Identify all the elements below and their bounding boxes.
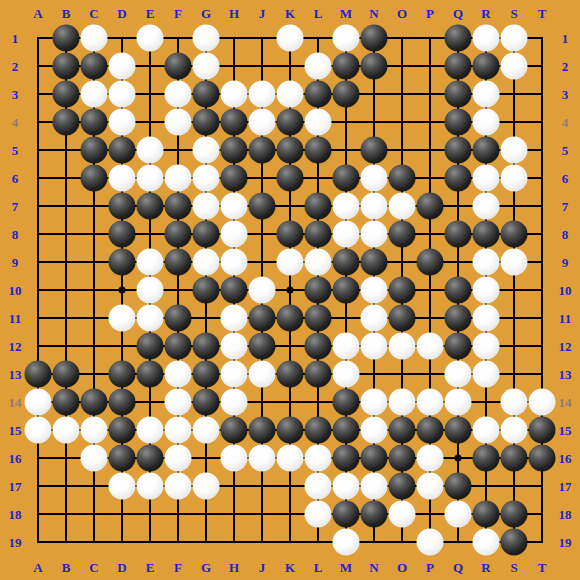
intersection-N17[interactable]: [360, 472, 388, 500]
intersection-N14[interactable]: [360, 388, 388, 416]
stone-black-M14[interactable]: [333, 389, 360, 416]
intersection-L13[interactable]: [304, 360, 332, 388]
intersection-G18[interactable]: [192, 500, 220, 528]
stone-black-P15[interactable]: [417, 417, 444, 444]
intersection-L10[interactable]: [304, 276, 332, 304]
intersection-J5[interactable]: [248, 136, 276, 164]
stone-white-R3[interactable]: [473, 81, 500, 108]
stone-black-G10[interactable]: [193, 277, 220, 304]
stone-black-B13[interactable]: [53, 361, 80, 388]
intersection-F9[interactable]: [164, 248, 192, 276]
stone-white-S1[interactable]: [501, 25, 528, 52]
intersection-G10[interactable]: [192, 276, 220, 304]
intersection-H11[interactable]: [220, 304, 248, 332]
intersection-A13[interactable]: [24, 360, 52, 388]
intersection-T4[interactable]: [528, 108, 556, 136]
intersection-E13[interactable]: [136, 360, 164, 388]
intersection-R5[interactable]: [472, 136, 500, 164]
intersection-J19[interactable]: [248, 528, 276, 556]
stone-black-O6[interactable]: [389, 165, 416, 192]
intersection-K9[interactable]: [276, 248, 304, 276]
stone-black-N2[interactable]: [361, 53, 388, 80]
stone-white-S14[interactable]: [501, 389, 528, 416]
stone-black-J12[interactable]: [249, 333, 276, 360]
intersection-C2[interactable]: [80, 52, 108, 80]
stone-white-A14[interactable]: [25, 389, 52, 416]
stone-black-K5[interactable]: [277, 137, 304, 164]
intersection-O6[interactable]: [388, 164, 416, 192]
stone-black-G8[interactable]: [193, 221, 220, 248]
stone-black-B14[interactable]: [53, 389, 80, 416]
intersection-B11[interactable]: [52, 304, 80, 332]
intersection-L2[interactable]: [304, 52, 332, 80]
stone-black-L15[interactable]: [305, 417, 332, 444]
stone-black-O8[interactable]: [389, 221, 416, 248]
intersection-M12[interactable]: [332, 332, 360, 360]
intersection-L17[interactable]: [304, 472, 332, 500]
stone-white-N12[interactable]: [361, 333, 388, 360]
intersection-F12[interactable]: [164, 332, 192, 360]
intersection-A17[interactable]: [24, 472, 52, 500]
stone-black-N5[interactable]: [361, 137, 388, 164]
stone-black-M3[interactable]: [333, 81, 360, 108]
intersection-M4[interactable]: [332, 108, 360, 136]
stone-black-S19[interactable]: [501, 529, 528, 556]
intersection-D8[interactable]: [108, 220, 136, 248]
intersection-O2[interactable]: [388, 52, 416, 80]
stone-white-G7[interactable]: [193, 193, 220, 220]
intersection-G13[interactable]: [192, 360, 220, 388]
stone-black-L10[interactable]: [305, 277, 332, 304]
intersection-O16[interactable]: [388, 444, 416, 472]
stone-black-P7[interactable]: [417, 193, 444, 220]
intersection-O13[interactable]: [388, 360, 416, 388]
intersection-H2[interactable]: [220, 52, 248, 80]
stone-black-J7[interactable]: [249, 193, 276, 220]
stone-black-D8[interactable]: [109, 221, 136, 248]
stone-white-K16[interactable]: [277, 445, 304, 472]
stone-white-O14[interactable]: [389, 389, 416, 416]
intersection-T16[interactable]: [528, 444, 556, 472]
intersection-M1[interactable]: [332, 24, 360, 52]
intersection-Q15[interactable]: [444, 416, 472, 444]
stone-black-E13[interactable]: [137, 361, 164, 388]
stone-black-R16[interactable]: [473, 445, 500, 472]
intersection-D7[interactable]: [108, 192, 136, 220]
intersection-O14[interactable]: [388, 388, 416, 416]
stone-black-G14[interactable]: [193, 389, 220, 416]
stone-white-M17[interactable]: [333, 473, 360, 500]
intersection-B10[interactable]: [52, 276, 80, 304]
intersection-F14[interactable]: [164, 388, 192, 416]
intersection-D4[interactable]: [108, 108, 136, 136]
stone-black-K4[interactable]: [277, 109, 304, 136]
intersection-S3[interactable]: [500, 80, 528, 108]
stone-black-H4[interactable]: [221, 109, 248, 136]
intersection-Q13[interactable]: [444, 360, 472, 388]
intersection-T5[interactable]: [528, 136, 556, 164]
stone-black-G13[interactable]: [193, 361, 220, 388]
intersection-F13[interactable]: [164, 360, 192, 388]
intersection-O15[interactable]: [388, 416, 416, 444]
intersection-J14[interactable]: [248, 388, 276, 416]
stone-black-B4[interactable]: [53, 109, 80, 136]
intersection-P8[interactable]: [416, 220, 444, 248]
intersection-R17[interactable]: [472, 472, 500, 500]
intersection-L11[interactable]: [304, 304, 332, 332]
intersection-N18[interactable]: [360, 500, 388, 528]
intersection-L18[interactable]: [304, 500, 332, 528]
intersection-L14[interactable]: [304, 388, 332, 416]
stone-black-Q4[interactable]: [445, 109, 472, 136]
stone-white-J4[interactable]: [249, 109, 276, 136]
intersection-A2[interactable]: [24, 52, 52, 80]
stone-white-Q18[interactable]: [445, 501, 472, 528]
intersection-H13[interactable]: [220, 360, 248, 388]
stone-white-F6[interactable]: [165, 165, 192, 192]
intersection-K12[interactable]: [276, 332, 304, 360]
intersection-Q5[interactable]: [444, 136, 472, 164]
intersection-E18[interactable]: [136, 500, 164, 528]
stone-black-T16[interactable]: [529, 445, 556, 472]
intersection-C9[interactable]: [80, 248, 108, 276]
intersection-F2[interactable]: [164, 52, 192, 80]
stone-black-L8[interactable]: [305, 221, 332, 248]
intersection-L5[interactable]: [304, 136, 332, 164]
intersection-N10[interactable]: [360, 276, 388, 304]
intersection-E4[interactable]: [136, 108, 164, 136]
stone-black-D15[interactable]: [109, 417, 136, 444]
stone-black-E12[interactable]: [137, 333, 164, 360]
stone-white-R12[interactable]: [473, 333, 500, 360]
intersection-P1[interactable]: [416, 24, 444, 52]
intersection-N11[interactable]: [360, 304, 388, 332]
stone-black-L3[interactable]: [305, 81, 332, 108]
intersection-B8[interactable]: [52, 220, 80, 248]
intersection-B13[interactable]: [52, 360, 80, 388]
stone-white-J3[interactable]: [249, 81, 276, 108]
intersection-G7[interactable]: [192, 192, 220, 220]
intersection-D15[interactable]: [108, 416, 136, 444]
stone-black-F12[interactable]: [165, 333, 192, 360]
stone-white-P12[interactable]: [417, 333, 444, 360]
stone-black-K15[interactable]: [277, 417, 304, 444]
intersection-B17[interactable]: [52, 472, 80, 500]
stone-white-O12[interactable]: [389, 333, 416, 360]
intersection-Q7[interactable]: [444, 192, 472, 220]
intersection-T15[interactable]: [528, 416, 556, 444]
intersection-E3[interactable]: [136, 80, 164, 108]
intersection-Q4[interactable]: [444, 108, 472, 136]
intersection-L3[interactable]: [304, 80, 332, 108]
stone-white-G1[interactable]: [193, 25, 220, 52]
intersection-S15[interactable]: [500, 416, 528, 444]
intersection-G19[interactable]: [192, 528, 220, 556]
intersection-E14[interactable]: [136, 388, 164, 416]
intersection-H10[interactable]: [220, 276, 248, 304]
stone-white-M19[interactable]: [333, 529, 360, 556]
intersection-B19[interactable]: [52, 528, 80, 556]
intersection-S6[interactable]: [500, 164, 528, 192]
intersection-B3[interactable]: [52, 80, 80, 108]
intersection-O8[interactable]: [388, 220, 416, 248]
stone-black-F7[interactable]: [165, 193, 192, 220]
intersection-F18[interactable]: [164, 500, 192, 528]
intersection-P12[interactable]: [416, 332, 444, 360]
intersection-R10[interactable]: [472, 276, 500, 304]
intersection-M11[interactable]: [332, 304, 360, 332]
intersection-A18[interactable]: [24, 500, 52, 528]
intersection-K3[interactable]: [276, 80, 304, 108]
stone-black-R18[interactable]: [473, 501, 500, 528]
intersection-G3[interactable]: [192, 80, 220, 108]
intersection-A1[interactable]: [24, 24, 52, 52]
intersection-E8[interactable]: [136, 220, 164, 248]
intersection-D16[interactable]: [108, 444, 136, 472]
stone-white-P17[interactable]: [417, 473, 444, 500]
intersection-J6[interactable]: [248, 164, 276, 192]
intersection-C12[interactable]: [80, 332, 108, 360]
stone-white-N15[interactable]: [361, 417, 388, 444]
stone-white-M8[interactable]: [333, 221, 360, 248]
intersection-Q12[interactable]: [444, 332, 472, 360]
intersection-Q1[interactable]: [444, 24, 472, 52]
stone-black-K6[interactable]: [277, 165, 304, 192]
intersection-C19[interactable]: [80, 528, 108, 556]
intersection-T9[interactable]: [528, 248, 556, 276]
intersection-H4[interactable]: [220, 108, 248, 136]
intersection-O18[interactable]: [388, 500, 416, 528]
intersection-Q11[interactable]: [444, 304, 472, 332]
intersection-T12[interactable]: [528, 332, 556, 360]
stone-black-D9[interactable]: [109, 249, 136, 276]
stone-black-D13[interactable]: [109, 361, 136, 388]
intersection-M2[interactable]: [332, 52, 360, 80]
stone-black-B2[interactable]: [53, 53, 80, 80]
stone-white-G17[interactable]: [193, 473, 220, 500]
intersection-R7[interactable]: [472, 192, 500, 220]
intersection-T2[interactable]: [528, 52, 556, 80]
stone-white-H11[interactable]: [221, 305, 248, 332]
stone-white-C3[interactable]: [81, 81, 108, 108]
intersection-E7[interactable]: [136, 192, 164, 220]
intersection-A16[interactable]: [24, 444, 52, 472]
intersection-N4[interactable]: [360, 108, 388, 136]
stone-black-B3[interactable]: [53, 81, 80, 108]
stone-black-P9[interactable]: [417, 249, 444, 276]
stone-black-G4[interactable]: [193, 109, 220, 136]
intersection-O12[interactable]: [388, 332, 416, 360]
stone-white-H3[interactable]: [221, 81, 248, 108]
intersection-S7[interactable]: [500, 192, 528, 220]
stone-white-D3[interactable]: [109, 81, 136, 108]
intersection-E16[interactable]: [136, 444, 164, 472]
stone-black-O16[interactable]: [389, 445, 416, 472]
intersection-N1[interactable]: [360, 24, 388, 52]
intersection-T11[interactable]: [528, 304, 556, 332]
intersection-F19[interactable]: [164, 528, 192, 556]
stone-black-Q17[interactable]: [445, 473, 472, 500]
stone-black-L11[interactable]: [305, 305, 332, 332]
stone-white-J13[interactable]: [249, 361, 276, 388]
stone-black-Q1[interactable]: [445, 25, 472, 52]
intersection-D2[interactable]: [108, 52, 136, 80]
intersection-H7[interactable]: [220, 192, 248, 220]
stone-white-R19[interactable]: [473, 529, 500, 556]
intersection-S2[interactable]: [500, 52, 528, 80]
intersection-D9[interactable]: [108, 248, 136, 276]
stone-white-H16[interactable]: [221, 445, 248, 472]
intersection-S9[interactable]: [500, 248, 528, 276]
intersection-E2[interactable]: [136, 52, 164, 80]
intersection-O1[interactable]: [388, 24, 416, 52]
intersection-P13[interactable]: [416, 360, 444, 388]
intersection-C11[interactable]: [80, 304, 108, 332]
intersection-A12[interactable]: [24, 332, 52, 360]
stone-white-R1[interactable]: [473, 25, 500, 52]
intersection-K18[interactable]: [276, 500, 304, 528]
intersection-M3[interactable]: [332, 80, 360, 108]
stone-white-J16[interactable]: [249, 445, 276, 472]
stone-white-H14[interactable]: [221, 389, 248, 416]
intersection-J10[interactable]: [248, 276, 276, 304]
stone-white-R11[interactable]: [473, 305, 500, 332]
stone-white-H7[interactable]: [221, 193, 248, 220]
stone-white-H12[interactable]: [221, 333, 248, 360]
intersection-R14[interactable]: [472, 388, 500, 416]
intersection-B15[interactable]: [52, 416, 80, 444]
stone-black-O17[interactable]: [389, 473, 416, 500]
intersection-T18[interactable]: [528, 500, 556, 528]
intersection-E17[interactable]: [136, 472, 164, 500]
intersection-Q18[interactable]: [444, 500, 472, 528]
stone-white-G9[interactable]: [193, 249, 220, 276]
intersection-J9[interactable]: [248, 248, 276, 276]
stone-white-E15[interactable]: [137, 417, 164, 444]
intersection-M6[interactable]: [332, 164, 360, 192]
intersection-B5[interactable]: [52, 136, 80, 164]
intersection-R13[interactable]: [472, 360, 500, 388]
intersection-K16[interactable]: [276, 444, 304, 472]
intersection-P9[interactable]: [416, 248, 444, 276]
intersection-A15[interactable]: [24, 416, 52, 444]
intersection-Q8[interactable]: [444, 220, 472, 248]
intersection-E12[interactable]: [136, 332, 164, 360]
intersection-F4[interactable]: [164, 108, 192, 136]
intersection-C8[interactable]: [80, 220, 108, 248]
intersection-K11[interactable]: [276, 304, 304, 332]
intersection-S12[interactable]: [500, 332, 528, 360]
stone-white-C15[interactable]: [81, 417, 108, 444]
intersection-T6[interactable]: [528, 164, 556, 192]
intersection-H9[interactable]: [220, 248, 248, 276]
stone-black-O10[interactable]: [389, 277, 416, 304]
stone-black-Q11[interactable]: [445, 305, 472, 332]
stone-white-R15[interactable]: [473, 417, 500, 444]
intersection-J18[interactable]: [248, 500, 276, 528]
stone-black-G12[interactable]: [193, 333, 220, 360]
intersection-Q3[interactable]: [444, 80, 472, 108]
intersection-K7[interactable]: [276, 192, 304, 220]
intersection-O9[interactable]: [388, 248, 416, 276]
stone-black-Q8[interactable]: [445, 221, 472, 248]
go-board[interactable]: AABBCCDDEEFFGGHHJJKKLLMMNNOOPPQQRRSSTT11…: [0, 0, 580, 580]
intersection-S14[interactable]: [500, 388, 528, 416]
intersection-H18[interactable]: [220, 500, 248, 528]
stone-white-L17[interactable]: [305, 473, 332, 500]
intersection-A3[interactable]: [24, 80, 52, 108]
stone-white-F14[interactable]: [165, 389, 192, 416]
stone-black-Q15[interactable]: [445, 417, 472, 444]
intersection-D5[interactable]: [108, 136, 136, 164]
intersection-S8[interactable]: [500, 220, 528, 248]
intersection-H3[interactable]: [220, 80, 248, 108]
intersection-H6[interactable]: [220, 164, 248, 192]
stone-white-K9[interactable]: [277, 249, 304, 276]
intersection-D3[interactable]: [108, 80, 136, 108]
stone-black-R2[interactable]: [473, 53, 500, 80]
stone-white-P14[interactable]: [417, 389, 444, 416]
stone-black-R8[interactable]: [473, 221, 500, 248]
stone-white-D4[interactable]: [109, 109, 136, 136]
stone-white-M1[interactable]: [333, 25, 360, 52]
stone-black-Q6[interactable]: [445, 165, 472, 192]
intersection-B14[interactable]: [52, 388, 80, 416]
intersection-G16[interactable]: [192, 444, 220, 472]
stone-black-S8[interactable]: [501, 221, 528, 248]
intersection-R16[interactable]: [472, 444, 500, 472]
stone-black-C6[interactable]: [81, 165, 108, 192]
intersection-T19[interactable]: [528, 528, 556, 556]
stone-white-P16[interactable]: [417, 445, 444, 472]
intersection-K4[interactable]: [276, 108, 304, 136]
stone-black-K13[interactable]: [277, 361, 304, 388]
intersection-G8[interactable]: [192, 220, 220, 248]
stone-black-F9[interactable]: [165, 249, 192, 276]
intersection-P11[interactable]: [416, 304, 444, 332]
intersection-N5[interactable]: [360, 136, 388, 164]
intersection-H16[interactable]: [220, 444, 248, 472]
intersection-K13[interactable]: [276, 360, 304, 388]
intersection-K10[interactable]: [276, 276, 304, 304]
intersection-P6[interactable]: [416, 164, 444, 192]
intersection-K1[interactable]: [276, 24, 304, 52]
intersection-L12[interactable]: [304, 332, 332, 360]
stone-black-C5[interactable]: [81, 137, 108, 164]
stone-white-L2[interactable]: [305, 53, 332, 80]
stone-black-D14[interactable]: [109, 389, 136, 416]
intersection-O19[interactable]: [388, 528, 416, 556]
stone-black-F8[interactable]: [165, 221, 192, 248]
intersection-R18[interactable]: [472, 500, 500, 528]
intersection-C7[interactable]: [80, 192, 108, 220]
stone-white-F3[interactable]: [165, 81, 192, 108]
intersection-M14[interactable]: [332, 388, 360, 416]
stone-white-E11[interactable]: [137, 305, 164, 332]
intersection-K6[interactable]: [276, 164, 304, 192]
stone-black-H10[interactable]: [221, 277, 248, 304]
stone-black-D5[interactable]: [109, 137, 136, 164]
intersection-M7[interactable]: [332, 192, 360, 220]
stone-black-M18[interactable]: [333, 501, 360, 528]
stone-white-M13[interactable]: [333, 361, 360, 388]
intersection-T10[interactable]: [528, 276, 556, 304]
stone-white-E9[interactable]: [137, 249, 164, 276]
stone-black-E16[interactable]: [137, 445, 164, 472]
intersection-F7[interactable]: [164, 192, 192, 220]
intersection-Q9[interactable]: [444, 248, 472, 276]
intersection-L19[interactable]: [304, 528, 332, 556]
